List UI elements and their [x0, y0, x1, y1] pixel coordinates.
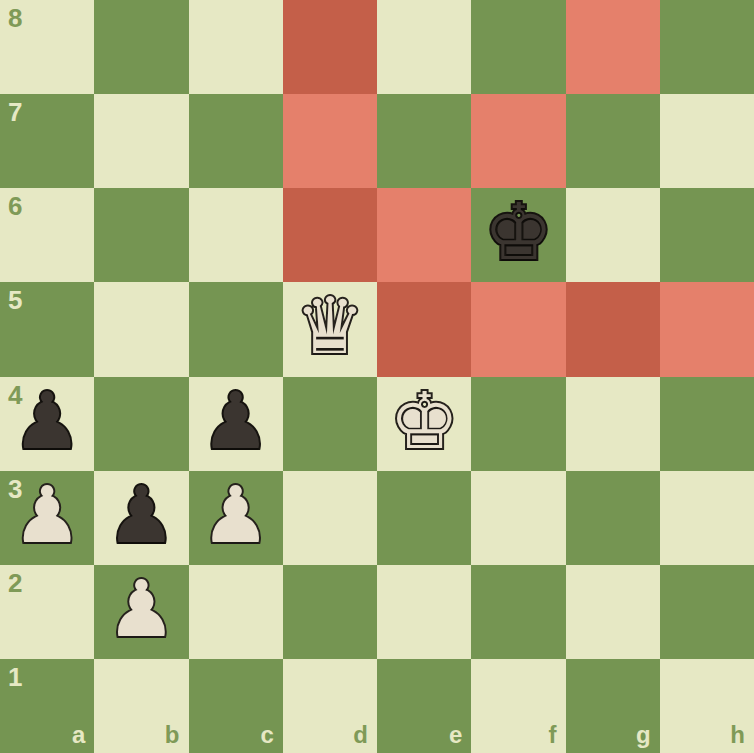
rank-label-8: 8 [8, 5, 22, 31]
file-label-f: f [549, 723, 557, 747]
square-g2[interactable] [566, 565, 660, 659]
square-a2[interactable]: 2 [0, 565, 94, 659]
square-h8[interactable] [660, 0, 754, 94]
square-c2[interactable] [189, 565, 283, 659]
square-b2[interactable]: ♟ [94, 565, 188, 659]
square-a5[interactable]: 5 [0, 282, 94, 376]
file-label-a: a [72, 723, 85, 747]
square-f4[interactable] [471, 377, 565, 471]
square-d1[interactable]: d [283, 659, 377, 753]
white-king[interactable]: ♚ [389, 382, 459, 460]
square-h3[interactable] [660, 471, 754, 565]
square-c1[interactable]: c [189, 659, 283, 753]
black-pawn[interactable]: ♟ [106, 476, 176, 554]
square-b4[interactable] [94, 377, 188, 471]
square-d3[interactable] [283, 471, 377, 565]
file-label-b: b [165, 723, 180, 747]
square-e3[interactable] [377, 471, 471, 565]
square-f7[interactable] [471, 94, 565, 188]
square-f5[interactable] [471, 282, 565, 376]
square-b3[interactable]: ♟ [94, 471, 188, 565]
square-h7[interactable] [660, 94, 754, 188]
square-f8[interactable] [471, 0, 565, 94]
square-a1[interactable]: 1a [0, 659, 94, 753]
square-h5[interactable] [660, 282, 754, 376]
square-a6[interactable]: 6 [0, 188, 94, 282]
square-h6[interactable] [660, 188, 754, 282]
square-g1[interactable]: g [566, 659, 660, 753]
square-e6[interactable] [377, 188, 471, 282]
white-pawn[interactable]: ♟ [12, 476, 82, 554]
file-label-d: d [353, 723, 368, 747]
square-e4[interactable]: ♚ [377, 377, 471, 471]
square-g4[interactable] [566, 377, 660, 471]
square-e8[interactable] [377, 0, 471, 94]
square-h2[interactable] [660, 565, 754, 659]
square-b7[interactable] [94, 94, 188, 188]
square-h1[interactable]: h [660, 659, 754, 753]
square-g5[interactable] [566, 282, 660, 376]
square-g7[interactable] [566, 94, 660, 188]
white-queen[interactable]: ♛ [295, 287, 365, 365]
square-a4[interactable]: 4♟ [0, 377, 94, 471]
rank-label-1: 1 [8, 664, 22, 690]
black-king[interactable]: ♚ [483, 193, 553, 271]
file-label-h: h [730, 723, 745, 747]
file-label-g: g [636, 723, 651, 747]
square-f2[interactable] [471, 565, 565, 659]
square-h4[interactable] [660, 377, 754, 471]
square-c5[interactable] [189, 282, 283, 376]
square-a3[interactable]: 3♟ [0, 471, 94, 565]
rank-label-6: 6 [8, 193, 22, 219]
square-g6[interactable] [566, 188, 660, 282]
square-f6[interactable]: ♚ [471, 188, 565, 282]
square-d6[interactable] [283, 188, 377, 282]
square-c8[interactable] [189, 0, 283, 94]
square-e2[interactable] [377, 565, 471, 659]
black-pawn[interactable]: ♟ [12, 382, 82, 460]
square-b1[interactable]: b [94, 659, 188, 753]
square-f3[interactable] [471, 471, 565, 565]
square-d2[interactable] [283, 565, 377, 659]
square-b5[interactable] [94, 282, 188, 376]
file-label-c: c [260, 723, 273, 747]
rank-label-5: 5 [8, 287, 22, 313]
white-pawn[interactable]: ♟ [201, 476, 271, 554]
rank-label-7: 7 [8, 99, 22, 125]
square-d4[interactable] [283, 377, 377, 471]
square-c4[interactable]: ♟ [189, 377, 283, 471]
square-e7[interactable] [377, 94, 471, 188]
square-g8[interactable] [566, 0, 660, 94]
white-pawn[interactable]: ♟ [106, 570, 176, 648]
rank-label-2: 2 [8, 570, 22, 596]
square-d7[interactable] [283, 94, 377, 188]
square-e1[interactable]: e [377, 659, 471, 753]
square-d8[interactable] [283, 0, 377, 94]
square-c6[interactable] [189, 188, 283, 282]
square-c3[interactable]: ♟ [189, 471, 283, 565]
square-a7[interactable]: 7 [0, 94, 94, 188]
square-e5[interactable] [377, 282, 471, 376]
square-g3[interactable] [566, 471, 660, 565]
chess-board: 876♚5♛4♟♟♚3♟♟♟2♟1abcdefgh [0, 0, 754, 753]
black-pawn[interactable]: ♟ [201, 382, 271, 460]
square-b6[interactable] [94, 188, 188, 282]
square-b8[interactable] [94, 0, 188, 94]
square-d5[interactable]: ♛ [283, 282, 377, 376]
file-label-e: e [449, 723, 462, 747]
square-a8[interactable]: 8 [0, 0, 94, 94]
square-c7[interactable] [189, 94, 283, 188]
square-f1[interactable]: f [471, 659, 565, 753]
